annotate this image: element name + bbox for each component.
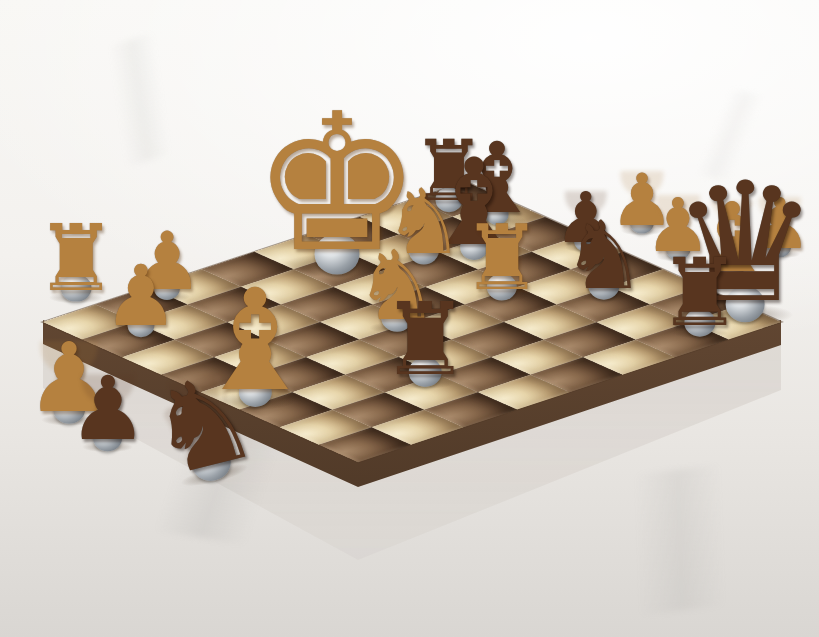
marble-vein [0, 0, 330, 213]
white-rook-icon: ♜ [35, 215, 117, 302]
white-bishop-table-right: ♝♝ [689, 193, 775, 284]
white-pawn-table-r1: ♟♟ [610, 166, 675, 234]
white-pawn-icon: ♟ [749, 191, 812, 258]
piece-reflection: ♟ [749, 187, 812, 254]
white-rook-a8: ♜ [35, 215, 117, 302]
black-pawn-icon: ♟ [69, 367, 148, 451]
piece-reflection: ♟ [645, 185, 711, 255]
chess-board [43, 182, 781, 463]
piece-reflection: ♟ [69, 362, 148, 446]
marble-vein [593, 64, 819, 206]
marble-vein [463, 445, 819, 635]
white-bishop-icon: ♝ [689, 193, 775, 284]
black-pawn-table-left: ♟♟ [69, 367, 148, 451]
piece-reflection: ♝ [689, 187, 775, 278]
piece-reflection: ♟ [610, 162, 675, 230]
white-pawn-icon: ♟ [645, 190, 711, 260]
product-photo-scene: ♜♟♟♚♝♞♞♜♜♝♝♜♞♜♛♟♟♟♟♞♞♟♟♟♟♟♟♟♟♝♝ [0, 0, 819, 637]
white-pawn-icon: ♟ [610, 166, 675, 234]
white-pawn-table-r2: ♟♟ [645, 190, 711, 260]
white-pawn-table-r3: ♟♟ [749, 191, 812, 258]
